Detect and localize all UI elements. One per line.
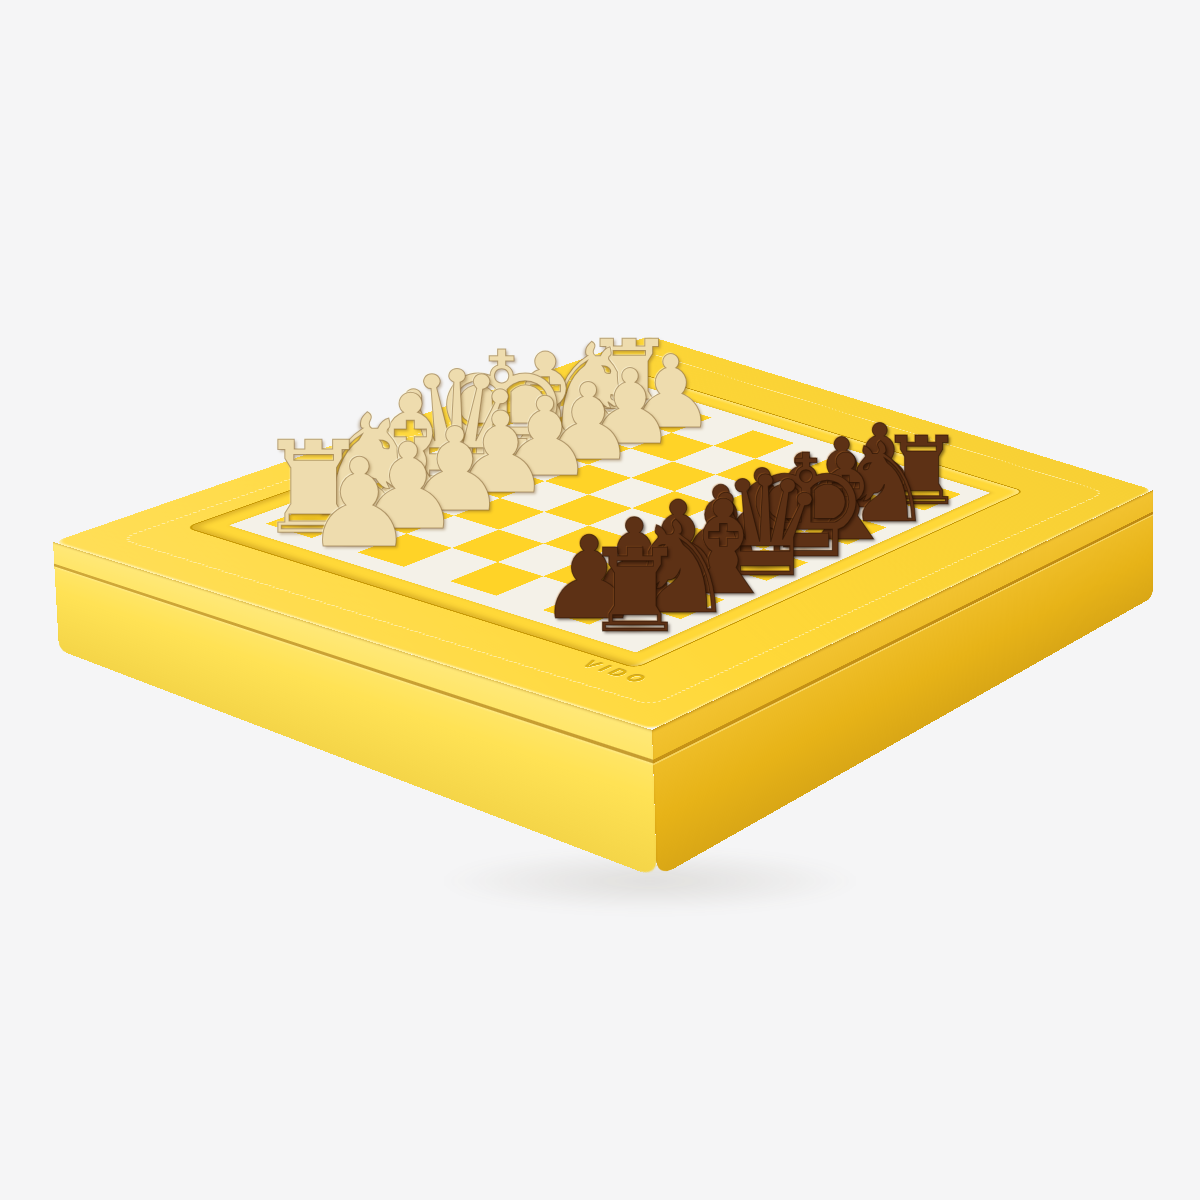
product-photo: VIDO ♜♞♝♛♚♝♞♜♟♟♟♟♟♟♟♟♟♟♟♟♟♟♟♟♜♞♝♛♚♝♞♜ (0, 0, 1200, 1200)
